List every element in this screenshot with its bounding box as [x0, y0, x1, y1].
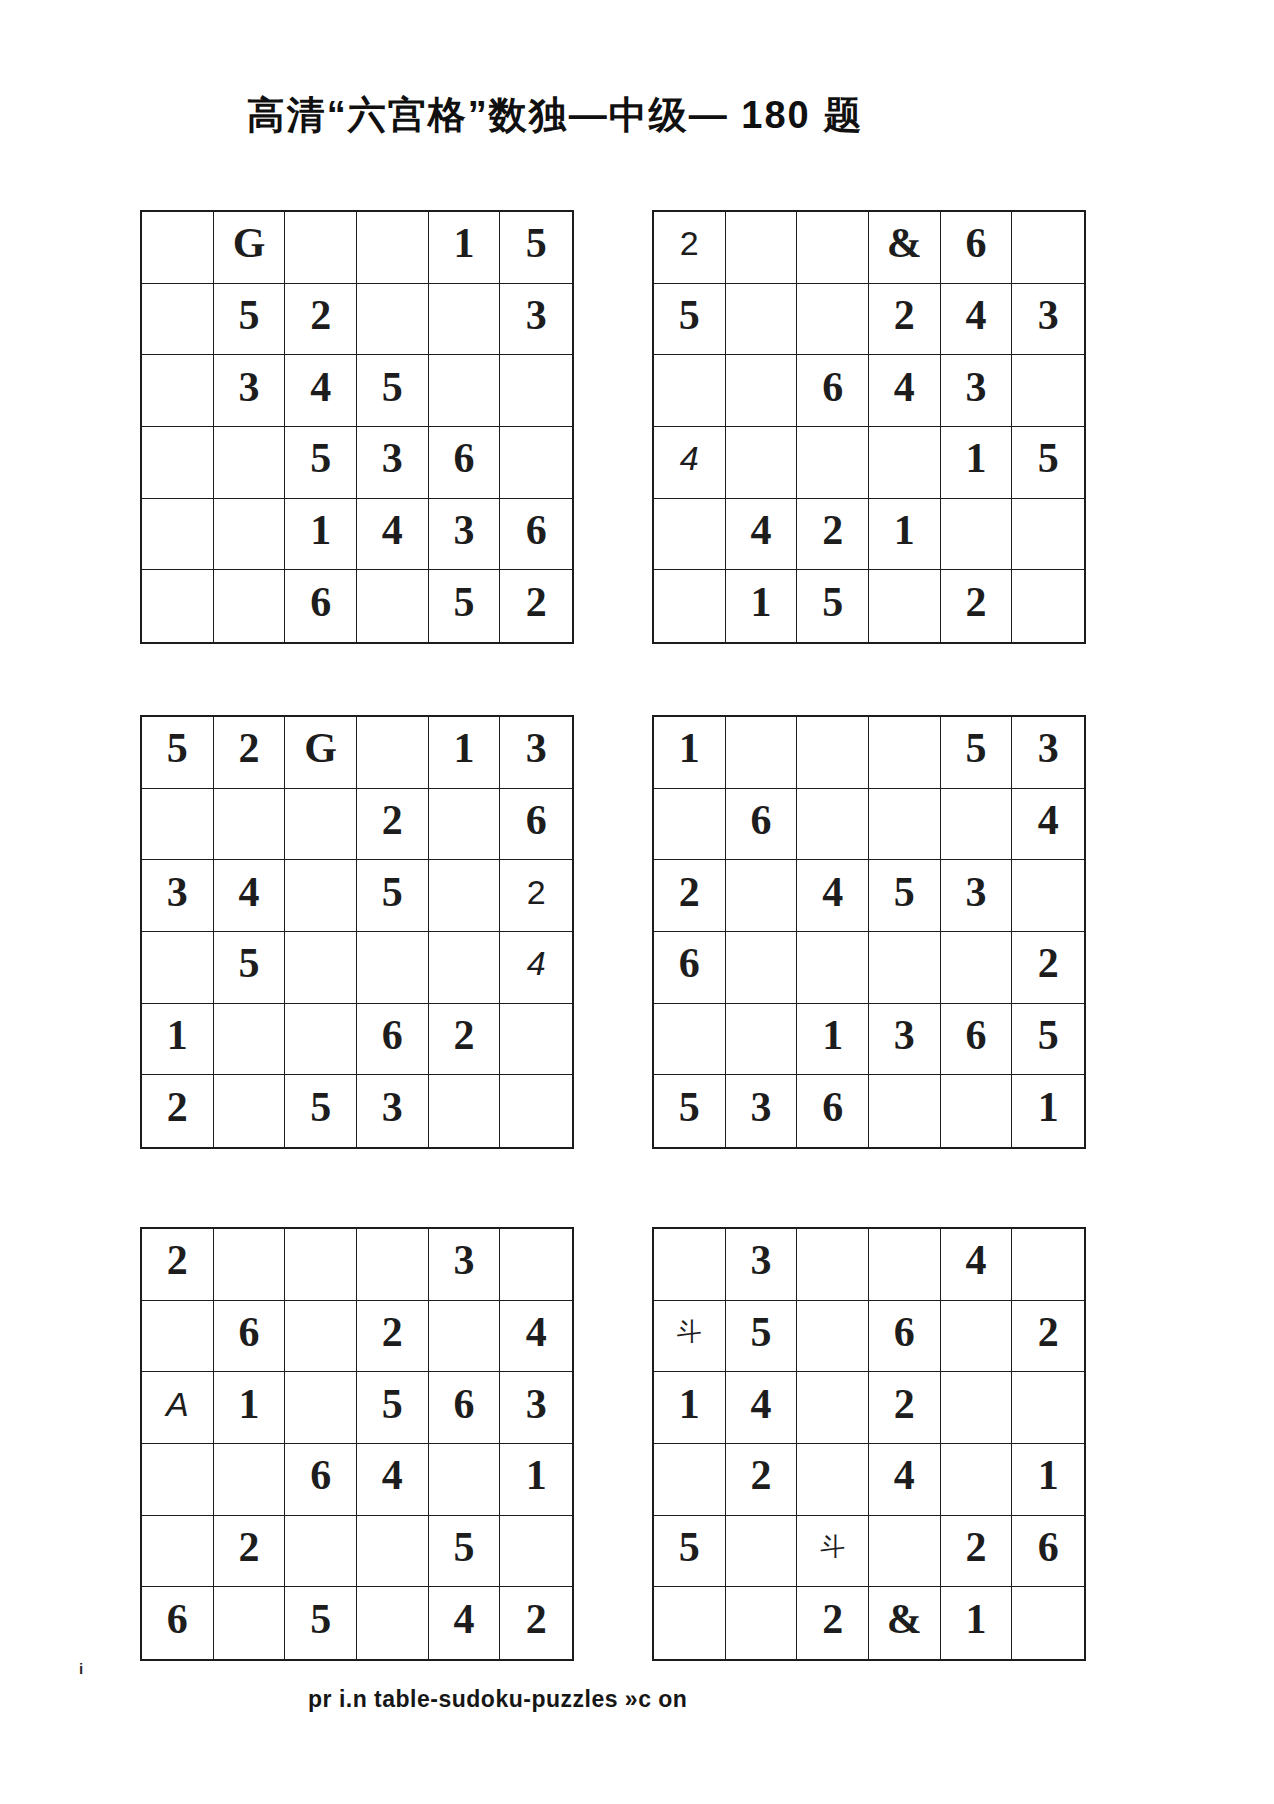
cell-r4c4 — [869, 427, 941, 499]
cell-r2c2: 5 — [726, 1301, 798, 1373]
cell-r3c1: A — [142, 1372, 214, 1444]
cell-r1c5: 1 — [429, 717, 501, 789]
cell-r2c4 — [357, 284, 429, 356]
cell-r1c4 — [357, 212, 429, 284]
sudoku-grid-1: G155233455361436652 — [140, 210, 574, 644]
cell-r3c5 — [941, 1372, 1013, 1444]
cell-r1c2 — [726, 212, 798, 284]
cell-r1c3 — [285, 1229, 357, 1301]
cell-r2c3 — [285, 1301, 357, 1373]
cell-r2c1 — [654, 789, 726, 861]
cell-r4c5 — [429, 932, 501, 1004]
cell-r3c5: 6 — [429, 1372, 501, 1444]
cell-r4c3 — [285, 932, 357, 1004]
cell-r2c2: 5 — [214, 284, 286, 356]
cell-r5c2 — [726, 1516, 798, 1588]
cell-r3c3 — [797, 1372, 869, 1444]
cell-r3c2 — [726, 860, 798, 932]
cell-r2c5 — [941, 1301, 1013, 1373]
cell-r6c2 — [214, 570, 286, 642]
cell-r3c2: 3 — [214, 355, 286, 427]
cell-r4c3: 6 — [285, 1444, 357, 1516]
cell-r1c4 — [869, 717, 941, 789]
cell-r5c4: 3 — [869, 1004, 941, 1076]
cell-r6c6: 2 — [500, 570, 572, 642]
cell-r4c6 — [500, 427, 572, 499]
cell-r3c3 — [285, 1372, 357, 1444]
cell-r5c3 — [285, 1004, 357, 1076]
cell-r1c1: 2 — [142, 1229, 214, 1301]
cell-r3c1 — [654, 355, 726, 427]
cell-r5c1 — [142, 499, 214, 571]
cell-r5c3: 1 — [797, 1004, 869, 1076]
cell-r4c2 — [726, 427, 798, 499]
cell-r6c2: 1 — [726, 570, 798, 642]
cell-r1c4: & — [869, 212, 941, 284]
cell-r6c5 — [941, 1075, 1013, 1147]
cell-r3c2: 4 — [214, 860, 286, 932]
cell-r6c5 — [429, 1075, 501, 1147]
cell-r2c6: 2 — [1012, 1301, 1084, 1373]
cell-r3c3: 4 — [797, 860, 869, 932]
cell-r3c4: 5 — [869, 860, 941, 932]
cell-r1c6: 5 — [500, 212, 572, 284]
cell-r2c3 — [285, 789, 357, 861]
cell-r2c5 — [429, 1301, 501, 1373]
cell-r2c2: 6 — [726, 789, 798, 861]
cell-r3c5 — [429, 860, 501, 932]
cell-r6c3: 6 — [285, 570, 357, 642]
cell-r1c1: 1 — [654, 717, 726, 789]
cell-r2c3 — [797, 789, 869, 861]
cell-r5c6: 6 — [500, 499, 572, 571]
cell-r4c3: 5 — [285, 427, 357, 499]
cell-r1c2 — [214, 1229, 286, 1301]
cell-r6c6 — [500, 1075, 572, 1147]
cell-r2c4 — [869, 789, 941, 861]
cell-r4c1: 4 — [654, 427, 726, 499]
cell-r1c3 — [797, 1229, 869, 1301]
cell-r1c5: 1 — [429, 212, 501, 284]
cell-r5c6: 6 — [1012, 1516, 1084, 1588]
cell-r2c5 — [429, 789, 501, 861]
cell-r6c2 — [214, 1587, 286, 1659]
cell-r4c3 — [797, 1444, 869, 1516]
cell-r6c4 — [357, 1587, 429, 1659]
cell-r5c4 — [869, 1516, 941, 1588]
cell-r1c1: 5 — [142, 717, 214, 789]
cell-r4c2 — [214, 1444, 286, 1516]
cell-r3c6 — [1012, 1372, 1084, 1444]
cell-r5c5 — [941, 499, 1013, 571]
cell-r1c2: 3 — [726, 1229, 798, 1301]
cell-r4c3 — [797, 427, 869, 499]
cell-r5c3: 2 — [797, 499, 869, 571]
cell-r5c3: 1 — [285, 499, 357, 571]
cell-r3c5: 3 — [941, 860, 1013, 932]
cell-r4c2 — [214, 427, 286, 499]
cell-r6c4: & — [869, 1587, 941, 1659]
cell-r2c6: 4 — [500, 1301, 572, 1373]
cell-r5c5: 6 — [941, 1004, 1013, 1076]
cell-r4c6: 4 — [500, 932, 572, 1004]
cell-r1c4 — [357, 1229, 429, 1301]
cell-r2c1 — [142, 1301, 214, 1373]
cell-r5c5: 2 — [941, 1516, 1013, 1588]
cell-r6c3: 2 — [797, 1587, 869, 1659]
cell-r4c2 — [726, 932, 798, 1004]
cell-r3c4: 2 — [869, 1372, 941, 1444]
cell-r5c1: 5 — [654, 1516, 726, 1588]
cell-r4c5 — [941, 932, 1013, 1004]
cell-r2c5 — [429, 284, 501, 356]
cell-r3c3 — [285, 860, 357, 932]
cell-r4c2: 2 — [726, 1444, 798, 1516]
cell-r4c2: 5 — [214, 932, 286, 1004]
cell-r2c1: 斗 — [654, 1301, 726, 1373]
cell-r2c6: 6 — [500, 789, 572, 861]
cell-r1c2: 2 — [214, 717, 286, 789]
cell-r2c3: 2 — [285, 284, 357, 356]
cell-r4c6: 1 — [500, 1444, 572, 1516]
cell-r1c2: G — [214, 212, 286, 284]
cell-r5c6: 5 — [1012, 1004, 1084, 1076]
cell-r6c5: 4 — [429, 1587, 501, 1659]
cell-r1c3 — [797, 212, 869, 284]
cell-r4c5: 1 — [941, 427, 1013, 499]
cell-r3c3: 4 — [285, 355, 357, 427]
cell-r3c4: 4 — [869, 355, 941, 427]
cell-r4c6: 2 — [1012, 932, 1084, 1004]
cell-r1c6: 3 — [1012, 717, 1084, 789]
cell-r1c3 — [285, 212, 357, 284]
cell-r4c4: 4 — [869, 1444, 941, 1516]
cell-r4c3 — [797, 932, 869, 1004]
cell-r5c6 — [500, 1004, 572, 1076]
cell-r5c2 — [214, 499, 286, 571]
cell-r1c1 — [142, 212, 214, 284]
cell-r2c4: 2 — [869, 284, 941, 356]
cell-r2c3 — [797, 1301, 869, 1373]
cell-r6c5: 1 — [941, 1587, 1013, 1659]
cell-r5c6 — [1012, 499, 1084, 571]
cell-r6c4 — [869, 1075, 941, 1147]
cell-r6c6 — [1012, 570, 1084, 642]
cell-r6c1 — [654, 1587, 726, 1659]
cell-r1c4 — [869, 1229, 941, 1301]
cell-r1c1 — [654, 1229, 726, 1301]
cell-r2c4: 2 — [357, 789, 429, 861]
sudoku-grid-3: 52G1326345254162253 — [140, 715, 574, 1149]
cell-r6c2 — [214, 1075, 286, 1147]
sudoku-worksheet-page: 高清“六宫格”数独—中级— 180 题 G155233455361436652 … — [0, 0, 1274, 1804]
cell-r5c5: 5 — [429, 1516, 501, 1588]
cell-r2c6: 4 — [1012, 789, 1084, 861]
cell-r6c4 — [357, 570, 429, 642]
cell-r5c1 — [654, 1004, 726, 1076]
cell-r6c1 — [654, 570, 726, 642]
cell-r2c2 — [726, 284, 798, 356]
cell-r1c6: 3 — [500, 717, 572, 789]
page-title: 高清“六宫格”数独—中级— 180 题 — [0, 90, 1192, 141]
cell-r3c4: 5 — [357, 1372, 429, 1444]
cell-r3c6: 2 — [500, 860, 572, 932]
cell-r3c6 — [500, 355, 572, 427]
cell-r2c5: 4 — [941, 284, 1013, 356]
cell-r3c5: 3 — [941, 355, 1013, 427]
cell-r5c4: 1 — [869, 499, 941, 571]
cell-r6c4 — [869, 570, 941, 642]
cell-r4c1: 6 — [654, 932, 726, 1004]
cell-r4c4 — [869, 932, 941, 1004]
cell-r1c3: G — [285, 717, 357, 789]
cell-r3c6: 3 — [500, 1372, 572, 1444]
cell-r2c6: 3 — [1012, 284, 1084, 356]
sudoku-grid-5: 23624A1563641256542 — [140, 1227, 574, 1661]
sudoku-grid-4: 1536424536213655361 — [652, 715, 1086, 1149]
cell-r3c1 — [142, 355, 214, 427]
cell-r3c4: 5 — [357, 860, 429, 932]
cell-r2c4: 2 — [357, 1301, 429, 1373]
cell-r4c5: 6 — [429, 427, 501, 499]
sudoku-grid-2: 2&65243643415421152 — [652, 210, 1086, 644]
cell-r1c5: 5 — [941, 717, 1013, 789]
cell-r5c4 — [357, 1516, 429, 1588]
cell-r4c5 — [429, 1444, 501, 1516]
cell-r6c3: 5 — [285, 1075, 357, 1147]
cell-r1c4 — [357, 717, 429, 789]
cell-r1c6 — [1012, 1229, 1084, 1301]
footer-text: pr i.n table-sudoku-puzzles »c on — [308, 1686, 687, 1713]
cell-r1c5: 3 — [429, 1229, 501, 1301]
cell-r2c2: 6 — [214, 1301, 286, 1373]
cell-r2c1 — [142, 284, 214, 356]
cell-r5c4: 6 — [357, 1004, 429, 1076]
cell-r2c6: 3 — [500, 284, 572, 356]
cell-r5c3: 斗 — [797, 1516, 869, 1588]
cell-r5c1 — [654, 499, 726, 571]
cell-r2c1 — [142, 789, 214, 861]
cell-r6c3: 5 — [797, 570, 869, 642]
cell-r5c2: 2 — [214, 1516, 286, 1588]
cell-r5c2 — [726, 1004, 798, 1076]
cell-r6c1: 2 — [142, 1075, 214, 1147]
cell-r2c3 — [797, 284, 869, 356]
cell-r5c1 — [142, 1516, 214, 1588]
cell-r6c4: 3 — [357, 1075, 429, 1147]
cell-r6c1 — [142, 570, 214, 642]
cell-r4c1 — [142, 427, 214, 499]
cell-r5c3 — [285, 1516, 357, 1588]
cell-r2c4: 6 — [869, 1301, 941, 1373]
cell-r6c3: 6 — [797, 1075, 869, 1147]
cell-r5c1: 1 — [142, 1004, 214, 1076]
cell-r4c1 — [654, 1444, 726, 1516]
cell-r4c5 — [941, 1444, 1013, 1516]
cell-r1c5: 4 — [941, 1229, 1013, 1301]
cell-r3c6 — [1012, 860, 1084, 932]
cell-r3c1: 3 — [142, 860, 214, 932]
cell-r4c6: 1 — [1012, 1444, 1084, 1516]
cell-r4c1 — [142, 1444, 214, 1516]
cell-r6c6 — [1012, 1587, 1084, 1659]
cell-r6c1: 5 — [654, 1075, 726, 1147]
cell-r6c3: 5 — [285, 1587, 357, 1659]
cell-r6c2 — [726, 1587, 798, 1659]
cell-r5c6 — [500, 1516, 572, 1588]
cell-r3c1: 1 — [654, 1372, 726, 1444]
cell-r2c5 — [941, 789, 1013, 861]
cell-r6c5: 2 — [941, 570, 1013, 642]
cell-r3c3: 6 — [797, 355, 869, 427]
cell-r5c4: 4 — [357, 499, 429, 571]
cell-r4c1 — [142, 932, 214, 1004]
cell-r2c2 — [214, 789, 286, 861]
cell-r4c6: 5 — [1012, 427, 1084, 499]
cell-r1c1: 2 — [654, 212, 726, 284]
cell-r4c4: 3 — [357, 427, 429, 499]
cell-r3c1: 2 — [654, 860, 726, 932]
cell-r3c5 — [429, 355, 501, 427]
cell-r6c2: 3 — [726, 1075, 798, 1147]
cell-r1c6 — [1012, 212, 1084, 284]
cell-r3c6 — [1012, 355, 1084, 427]
cell-r4c4: 4 — [357, 1444, 429, 1516]
cell-r6c6: 1 — [1012, 1075, 1084, 1147]
cell-r6c6: 2 — [500, 1587, 572, 1659]
cell-r4c4 — [357, 932, 429, 1004]
cell-r5c2: 4 — [726, 499, 798, 571]
sudoku-grid-6: 34斗5621422415斗262&1 — [652, 1227, 1086, 1661]
cell-r3c2: 1 — [214, 1372, 286, 1444]
cell-r1c5: 6 — [941, 212, 1013, 284]
cell-r3c2: 4 — [726, 1372, 798, 1444]
cell-r3c4: 5 — [357, 355, 429, 427]
cell-r2c1: 5 — [654, 284, 726, 356]
cell-r1c6 — [500, 1229, 572, 1301]
cell-r5c5: 3 — [429, 499, 501, 571]
cell-r3c2 — [726, 355, 798, 427]
cell-r1c2 — [726, 717, 798, 789]
corner-mark: i — [79, 1660, 83, 1677]
cell-r6c5: 5 — [429, 570, 501, 642]
cell-r6c1: 6 — [142, 1587, 214, 1659]
cell-r1c3 — [797, 717, 869, 789]
cell-r5c2 — [214, 1004, 286, 1076]
cell-r5c5: 2 — [429, 1004, 501, 1076]
